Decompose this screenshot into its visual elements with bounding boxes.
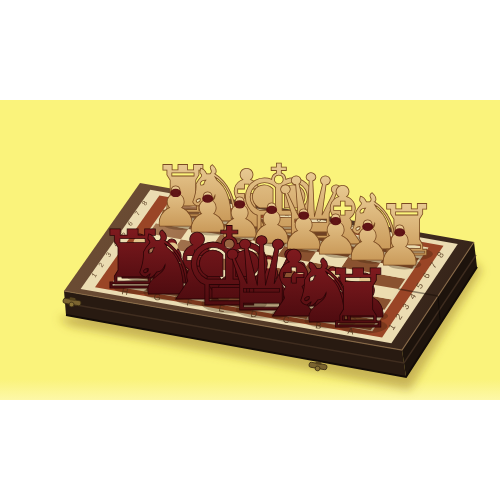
chess-set: AABBCCDDEEFFGGHH1122334455667788♜♞♟♝♟♚♟♛… xyxy=(0,0,500,500)
pawn-finial xyxy=(330,217,341,225)
piece-red-rook-a1: ♜ xyxy=(322,252,394,346)
pawn-finial xyxy=(394,228,405,236)
pawn-finial xyxy=(362,223,373,231)
pawn-finial xyxy=(170,189,181,197)
product-photo: AABBCCDDEEFFGGHH1122334455667788♜♞♟♝♟♚♟♛… xyxy=(0,0,500,500)
pawn-finial xyxy=(202,194,213,202)
piece-glyph: ♜ xyxy=(322,252,394,346)
